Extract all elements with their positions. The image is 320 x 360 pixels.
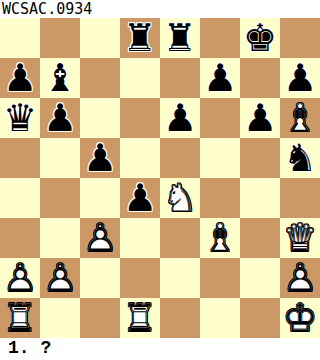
square-d3[interactable] [120,218,160,258]
square-f2[interactable] [200,258,240,298]
square-d5[interactable] [120,138,160,178]
piece-white-queen: ♛♕ [280,218,320,258]
piece-black-pawn: ♟ [0,58,40,98]
square-e1[interactable] [160,298,200,338]
piece-white-pawn: ♟♙ [280,258,320,298]
piece-black-pawn: ♟ [240,98,280,138]
square-e8[interactable]: ♜ [160,18,200,58]
piece-black-pawn: ♟ [80,138,120,178]
square-f1[interactable] [200,298,240,338]
square-h6[interactable]: ♝♗ [280,98,320,138]
square-a3[interactable] [0,218,40,258]
square-g4[interactable] [240,178,280,218]
piece-white-king: ♚♔ [280,298,320,338]
piece-black-pawn: ♟ [200,58,240,98]
chess-board: ♜♜♚♟♝♟♟♛♟♟♟♝♗♟♞♟♞♘♟♙♝♗♛♕♟♙♟♙♟♙♜♖♜♖♚♔ [0,18,320,338]
square-c3[interactable]: ♟♙ [80,218,120,258]
square-g1[interactable] [240,298,280,338]
piece-black-pawn: ♟ [40,98,80,138]
square-c2[interactable] [80,258,120,298]
square-f7[interactable]: ♟ [200,58,240,98]
square-g7[interactable] [240,58,280,98]
piece-white-pawn-outline: ♙ [280,258,320,298]
chess-puzzle-window: WCSAC.0934 ♜♜♚♟♝♟♟♛♟♟♟♝♗♟♞♟♞♘♟♙♝♗♛♕♟♙♟♙♟… [0,0,320,360]
piece-black-pawn: ♟ [280,58,320,98]
piece-white-rook-outline: ♖ [0,298,40,338]
piece-white-pawn-outline: ♙ [80,218,120,258]
piece-white-rook: ♜♖ [120,298,160,338]
square-d6[interactable] [120,98,160,138]
square-e5[interactable] [160,138,200,178]
piece-white-pawn-outline: ♙ [0,258,40,298]
square-b6[interactable]: ♟ [40,98,80,138]
square-a1[interactable]: ♜♖ [0,298,40,338]
square-h3[interactable]: ♛♕ [280,218,320,258]
square-c1[interactable] [80,298,120,338]
square-d4[interactable]: ♟ [120,178,160,218]
square-b3[interactable] [40,218,80,258]
square-h7[interactable]: ♟ [280,58,320,98]
piece-white-pawn: ♟♙ [40,258,80,298]
piece-black-rook: ♜ [120,18,160,58]
square-h8[interactable] [280,18,320,58]
square-f4[interactable] [200,178,240,218]
square-f3[interactable]: ♝♗ [200,218,240,258]
piece-black-pawn: ♟ [160,98,200,138]
square-d2[interactable] [120,258,160,298]
square-f6[interactable] [200,98,240,138]
square-g5[interactable] [240,138,280,178]
square-d8[interactable]: ♜ [120,18,160,58]
piece-white-bishop: ♝♗ [200,218,240,258]
square-c6[interactable] [80,98,120,138]
square-h2[interactable]: ♟♙ [280,258,320,298]
piece-white-queen-outline: ♕ [280,218,320,258]
piece-black-rook: ♜ [160,18,200,58]
square-b1[interactable] [40,298,80,338]
square-a6[interactable]: ♛ [0,98,40,138]
piece-white-bishop-outline: ♗ [200,218,240,258]
square-g8[interactable]: ♚ [240,18,280,58]
piece-white-knight: ♞♘ [160,178,200,218]
square-e7[interactable] [160,58,200,98]
square-f8[interactable] [200,18,240,58]
square-g3[interactable] [240,218,280,258]
square-h4[interactable] [280,178,320,218]
square-g6[interactable]: ♟ [240,98,280,138]
square-c7[interactable] [80,58,120,98]
move-prompt-label: 1. ? [8,338,51,360]
piece-white-rook-outline: ♖ [120,298,160,338]
piece-white-pawn: ♟♙ [80,218,120,258]
square-g2[interactable] [240,258,280,298]
square-d1[interactable]: ♜♖ [120,298,160,338]
square-a8[interactable] [0,18,40,58]
square-b2[interactable]: ♟♙ [40,258,80,298]
square-c5[interactable]: ♟ [80,138,120,178]
square-a2[interactable]: ♟♙ [0,258,40,298]
puzzle-id-label: WCSAC.0934 [2,0,92,18]
piece-black-bishop: ♝ [40,58,80,98]
piece-black-pawn: ♟ [120,178,160,218]
piece-black-knight: ♞ [280,138,320,178]
square-b4[interactable] [40,178,80,218]
piece-black-king: ♚ [240,18,280,58]
piece-white-bishop: ♝♗ [280,98,320,138]
square-h1[interactable]: ♚♔ [280,298,320,338]
square-e2[interactable] [160,258,200,298]
square-b7[interactable]: ♝ [40,58,80,98]
square-e4[interactable]: ♞♘ [160,178,200,218]
square-e6[interactable]: ♟ [160,98,200,138]
square-a5[interactable] [0,138,40,178]
square-b8[interactable] [40,18,80,58]
square-b5[interactable] [40,138,80,178]
square-f5[interactable] [200,138,240,178]
piece-black-queen: ♛ [0,98,40,138]
square-a4[interactable] [0,178,40,218]
piece-white-rook: ♜♖ [0,298,40,338]
square-h5[interactable]: ♞ [280,138,320,178]
piece-white-pawn-outline: ♙ [40,258,80,298]
piece-white-pawn: ♟♙ [0,258,40,298]
square-c8[interactable] [80,18,120,58]
square-d7[interactable] [120,58,160,98]
square-e3[interactable] [160,218,200,258]
piece-white-bishop-outline: ♗ [280,98,320,138]
piece-white-knight-outline: ♘ [160,178,200,218]
square-c4[interactable] [80,178,120,218]
square-a7[interactable]: ♟ [0,58,40,98]
piece-white-king-outline: ♔ [280,298,320,338]
